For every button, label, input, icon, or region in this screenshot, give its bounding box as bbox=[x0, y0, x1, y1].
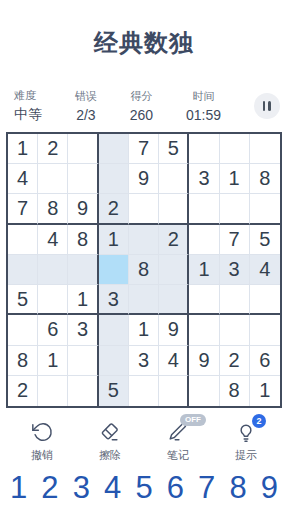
cell-r3c9[interactable] bbox=[250, 194, 280, 224]
numpad-6[interactable]: 6 bbox=[167, 470, 184, 506]
cell-r5c9[interactable]: 4 bbox=[250, 255, 280, 285]
stat-score-label: 得分 bbox=[130, 89, 152, 104]
stat-time: 时间 01:59 bbox=[186, 89, 221, 123]
numpad-4[interactable]: 4 bbox=[104, 470, 121, 506]
cell-r4c8[interactable]: 7 bbox=[220, 225, 250, 255]
app: 经典数独 难度 中等 错误 2/3 得分 260 时间 01:59 127549… bbox=[0, 27, 288, 512]
stat-errors: 错误 2/3 bbox=[75, 89, 97, 123]
cell-r5c6[interactable] bbox=[159, 255, 189, 285]
hint-button[interactable]: 2 提示 bbox=[220, 420, 272, 463]
cell-r1c7[interactable] bbox=[189, 134, 219, 164]
cell-r4c1[interactable] bbox=[8, 225, 38, 255]
cell-r2c4[interactable] bbox=[99, 164, 129, 194]
cell-r6c1[interactable]: 5 bbox=[8, 285, 38, 315]
hint-count-badge: 2 bbox=[252, 414, 266, 428]
stat-time-label: 时间 bbox=[193, 89, 215, 104]
stats-bar: 难度 中等 错误 2/3 得分 260 时间 01:59 bbox=[0, 88, 288, 124]
cell-r4c6[interactable]: 2 bbox=[159, 225, 189, 255]
cell-r7c9[interactable] bbox=[250, 315, 280, 345]
cell-r4c7[interactable] bbox=[189, 225, 219, 255]
cell-r9c8[interactable]: 8 bbox=[220, 376, 250, 406]
cell-r3c2[interactable]: 8 bbox=[38, 194, 68, 224]
cell-r8c9[interactable]: 6 bbox=[250, 346, 280, 376]
cell-r9c6[interactable] bbox=[159, 376, 189, 406]
cell-r5c3[interactable] bbox=[68, 255, 98, 285]
cell-r2c3[interactable] bbox=[68, 164, 98, 194]
hint-label: 提示 bbox=[235, 448, 257, 463]
cell-r5c2[interactable] bbox=[38, 255, 68, 285]
cell-r2c5[interactable]: 9 bbox=[129, 164, 159, 194]
numpad-9[interactable]: 9 bbox=[261, 470, 278, 506]
cell-r4c2[interactable]: 4 bbox=[38, 225, 68, 255]
cell-r2c2[interactable] bbox=[38, 164, 68, 194]
cell-r9c3[interactable] bbox=[68, 376, 98, 406]
undo-label: 撤销 bbox=[31, 448, 53, 463]
stat-time-value: 01:59 bbox=[186, 107, 221, 123]
cell-r1c3[interactable] bbox=[68, 134, 98, 164]
numpad-2[interactable]: 2 bbox=[41, 470, 58, 506]
cell-r6c6[interactable] bbox=[159, 285, 189, 315]
cell-r7c2[interactable]: 6 bbox=[38, 315, 68, 345]
cell-r9c5[interactable] bbox=[129, 376, 159, 406]
page-title: 经典数独 bbox=[0, 27, 288, 59]
cell-r9c2[interactable] bbox=[38, 376, 68, 406]
cell-r6c2[interactable] bbox=[38, 285, 68, 315]
cell-r9c9[interactable]: 1 bbox=[250, 376, 280, 406]
stat-difficulty-label: 难度 bbox=[14, 88, 36, 103]
cell-r6c3[interactable]: 1 bbox=[68, 285, 98, 315]
cell-r8c2[interactable]: 1 bbox=[38, 346, 68, 376]
stat-errors-value: 2/3 bbox=[76, 107, 95, 123]
cell-r9c1[interactable]: 2 bbox=[8, 376, 38, 406]
cell-r6c8[interactable] bbox=[220, 285, 250, 315]
cell-r6c9[interactable] bbox=[250, 285, 280, 315]
cell-r8c3[interactable] bbox=[68, 346, 98, 376]
cell-r5c7[interactable]: 1 bbox=[189, 255, 219, 285]
cell-r7c8[interactable] bbox=[220, 315, 250, 345]
cell-r8c4[interactable] bbox=[99, 346, 129, 376]
pause-button[interactable] bbox=[254, 93, 280, 119]
cell-r5c8[interactable]: 3 bbox=[220, 255, 250, 285]
number-pad: 1 2 3 4 5 6 7 8 9 bbox=[0, 470, 288, 506]
notes-label: 笔记 bbox=[167, 448, 189, 463]
erase-button[interactable]: 擦除 bbox=[84, 420, 136, 463]
cell-r3c5[interactable] bbox=[129, 194, 159, 224]
cell-r2c9[interactable]: 8 bbox=[250, 164, 280, 194]
sudoku-grid: 1275493187892481275813451363198134926258… bbox=[6, 132, 282, 408]
stat-difficulty: 难度 中等 bbox=[14, 88, 42, 124]
cell-r8c8[interactable]: 2 bbox=[220, 346, 250, 376]
stat-score: 得分 260 bbox=[130, 89, 153, 123]
cell-r9c7[interactable] bbox=[189, 376, 219, 406]
notes-button[interactable]: OFF 笔记 bbox=[152, 420, 204, 463]
cell-r9c4[interactable]: 5 bbox=[99, 376, 129, 406]
toolbar: 撤销 擦除 OFF 笔记 2 bbox=[0, 420, 288, 463]
cell-r1c2[interactable]: 2 bbox=[38, 134, 68, 164]
cell-r7c1[interactable] bbox=[8, 315, 38, 345]
cell-r5c1[interactable] bbox=[8, 255, 38, 285]
cell-r6c4[interactable]: 3 bbox=[99, 285, 129, 315]
cell-r3c3[interactable]: 9 bbox=[68, 194, 98, 224]
stat-errors-label: 错误 bbox=[75, 89, 97, 104]
cell-r3c7[interactable] bbox=[189, 194, 219, 224]
erase-label: 擦除 bbox=[99, 448, 121, 463]
cell-r3c8[interactable] bbox=[220, 194, 250, 224]
numpad-8[interactable]: 8 bbox=[229, 470, 246, 506]
cell-r1c1[interactable]: 1 bbox=[8, 134, 38, 164]
numpad-5[interactable]: 5 bbox=[135, 470, 152, 506]
cell-r2c7[interactable]: 3 bbox=[189, 164, 219, 194]
cell-r4c5[interactable] bbox=[129, 225, 159, 255]
stat-score-value: 260 bbox=[130, 107, 153, 123]
stat-difficulty-value: 中等 bbox=[14, 106, 42, 124]
cell-r1c6[interactable]: 5 bbox=[159, 134, 189, 164]
cell-r3c6[interactable] bbox=[159, 194, 189, 224]
cell-r7c5[interactable]: 1 bbox=[129, 315, 159, 345]
cell-r1c4[interactable] bbox=[99, 134, 129, 164]
notes-off-badge: OFF bbox=[180, 414, 206, 426]
numpad-3[interactable]: 3 bbox=[73, 470, 90, 506]
cell-r2c1[interactable]: 4 bbox=[8, 164, 38, 194]
cell-r2c8[interactable]: 1 bbox=[220, 164, 250, 194]
cell-r2c6[interactable] bbox=[159, 164, 189, 194]
cell-r8c5[interactable]: 3 bbox=[129, 346, 159, 376]
cell-r6c7[interactable] bbox=[189, 285, 219, 315]
numpad-1[interactable]: 1 bbox=[10, 470, 27, 506]
cell-r7c6[interactable]: 9 bbox=[159, 315, 189, 345]
cell-r4c9[interactable]: 5 bbox=[250, 225, 280, 255]
cell-r6c5[interactable] bbox=[129, 285, 159, 315]
cell-r8c1[interactable]: 8 bbox=[8, 346, 38, 376]
cell-r8c6[interactable]: 4 bbox=[159, 346, 189, 376]
undo-icon bbox=[30, 420, 54, 444]
cell-r1c5[interactable]: 7 bbox=[129, 134, 159, 164]
cell-r7c7[interactable] bbox=[189, 315, 219, 345]
cell-r8c7[interactable]: 9 bbox=[189, 346, 219, 376]
cell-r4c4[interactable]: 1 bbox=[99, 225, 129, 255]
cell-r7c3[interactable]: 3 bbox=[68, 315, 98, 345]
cell-r7c4[interactable] bbox=[99, 315, 129, 345]
undo-button[interactable]: 撤销 bbox=[16, 420, 68, 463]
cell-r1c9[interactable] bbox=[250, 134, 280, 164]
cell-r4c3[interactable]: 8 bbox=[68, 225, 98, 255]
cell-r5c4[interactable] bbox=[99, 255, 129, 285]
numpad-7[interactable]: 7 bbox=[198, 470, 215, 506]
cell-r5c5[interactable]: 8 bbox=[129, 255, 159, 285]
cell-r3c4[interactable]: 2 bbox=[99, 194, 129, 224]
eraser-icon bbox=[98, 420, 122, 444]
pause-icon bbox=[263, 101, 271, 111]
cell-r1c8[interactable] bbox=[220, 134, 250, 164]
cell-r3c1[interactable]: 7 bbox=[8, 194, 38, 224]
